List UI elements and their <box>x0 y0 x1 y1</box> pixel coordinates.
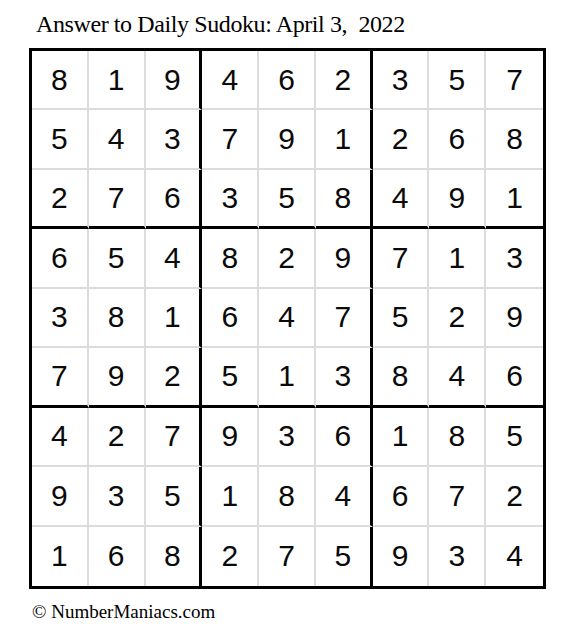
sudoku-cell-r9c2: 6 <box>89 527 146 586</box>
sudoku-cell-r8c5: 8 <box>259 467 316 526</box>
sudoku-cell-r5c8: 2 <box>429 289 486 348</box>
sudoku-cell-r2c7: 2 <box>373 110 430 169</box>
sudoku-cell-r4c9: 3 <box>486 229 543 288</box>
sudoku-cell-r1c4: 4 <box>202 51 259 110</box>
sudoku-cell-r7c4: 9 <box>202 408 259 467</box>
copyright-text: © NumberManiacs.com <box>32 601 215 623</box>
sudoku-cell-r6c6: 3 <box>316 348 373 407</box>
sudoku-cell-r3c7: 4 <box>373 170 430 229</box>
sudoku-cell-r8c2: 3 <box>89 467 146 526</box>
sudoku-cell-r3c2: 7 <box>89 170 146 229</box>
sudoku-cell-r2c8: 6 <box>429 110 486 169</box>
sudoku-cell-r5c1: 3 <box>32 289 89 348</box>
sudoku-cell-r6c3: 2 <box>146 348 203 407</box>
sudoku-cell-r6c7: 8 <box>373 348 430 407</box>
sudoku-cell-r4c6: 9 <box>316 229 373 288</box>
sudoku-cell-r9c3: 8 <box>146 527 203 586</box>
sudoku-cell-r8c9: 2 <box>486 467 543 526</box>
sudoku-cell-r1c5: 6 <box>259 51 316 110</box>
sudoku-cell-r7c7: 1 <box>373 408 430 467</box>
sudoku-board: 8194623575437912682763584916548297133816… <box>29 48 546 589</box>
sudoku-cell-r8c4: 1 <box>202 467 259 526</box>
sudoku-cell-r1c7: 3 <box>373 51 430 110</box>
sudoku-cell-r7c1: 4 <box>32 408 89 467</box>
sudoku-cell-r5c4: 6 <box>202 289 259 348</box>
sudoku-cell-r1c9: 7 <box>486 51 543 110</box>
sudoku-cell-r9c4: 2 <box>202 527 259 586</box>
sudoku-cell-r6c8: 4 <box>429 348 486 407</box>
sudoku-cell-r4c7: 7 <box>373 229 430 288</box>
sudoku-cell-r9c9: 4 <box>486 527 543 586</box>
sudoku-cell-r4c8: 1 <box>429 229 486 288</box>
sudoku-cell-r3c8: 9 <box>429 170 486 229</box>
sudoku-cell-r6c2: 9 <box>89 348 146 407</box>
sudoku-answer-page: { "game": "sudoku", "position": "8194623… <box>0 0 574 637</box>
sudoku-cell-r5c3: 1 <box>146 289 203 348</box>
sudoku-cell-r6c4: 5 <box>202 348 259 407</box>
sudoku-cell-r6c9: 6 <box>486 348 543 407</box>
sudoku-cell-r7c8: 8 <box>429 408 486 467</box>
sudoku-cell-r5c9: 9 <box>486 289 543 348</box>
sudoku-cell-r2c4: 7 <box>202 110 259 169</box>
sudoku-cell-r5c7: 5 <box>373 289 430 348</box>
sudoku-cell-r1c6: 2 <box>316 51 373 110</box>
sudoku-cell-r5c6: 7 <box>316 289 373 348</box>
sudoku-cell-r1c2: 1 <box>89 51 146 110</box>
sudoku-cell-r2c5: 9 <box>259 110 316 169</box>
sudoku-cell-r1c1: 8 <box>32 51 89 110</box>
sudoku-cell-r2c2: 4 <box>89 110 146 169</box>
sudoku-cell-r3c5: 5 <box>259 170 316 229</box>
sudoku-cell-r6c1: 7 <box>32 348 89 407</box>
sudoku-cell-r7c2: 2 <box>89 408 146 467</box>
sudoku-cell-r3c9: 1 <box>486 170 543 229</box>
sudoku-cell-r7c6: 6 <box>316 408 373 467</box>
sudoku-cell-r7c9: 5 <box>486 408 543 467</box>
sudoku-cell-r1c8: 5 <box>429 51 486 110</box>
sudoku-cell-r9c6: 5 <box>316 527 373 586</box>
sudoku-cell-r9c7: 9 <box>373 527 430 586</box>
sudoku-cell-r8c7: 6 <box>373 467 430 526</box>
sudoku-cell-r2c1: 5 <box>32 110 89 169</box>
sudoku-cell-r3c3: 6 <box>146 170 203 229</box>
sudoku-cell-r8c8: 7 <box>429 467 486 526</box>
sudoku-cell-r4c1: 6 <box>32 229 89 288</box>
sudoku-cell-r5c2: 8 <box>89 289 146 348</box>
sudoku-cell-r1c3: 9 <box>146 51 203 110</box>
sudoku-cell-r8c3: 5 <box>146 467 203 526</box>
sudoku-cell-r9c5: 7 <box>259 527 316 586</box>
sudoku-cell-r4c3: 4 <box>146 229 203 288</box>
page-title: Answer to Daily Sudoku: April 3, 2022 <box>36 11 405 38</box>
sudoku-cell-r8c6: 4 <box>316 467 373 526</box>
sudoku-cell-r9c8: 3 <box>429 527 486 586</box>
sudoku-cell-r2c3: 3 <box>146 110 203 169</box>
sudoku-cell-r9c1: 1 <box>32 527 89 586</box>
sudoku-cell-r7c3: 7 <box>146 408 203 467</box>
sudoku-cell-r2c6: 1 <box>316 110 373 169</box>
sudoku-cell-r3c6: 8 <box>316 170 373 229</box>
sudoku-cell-r4c2: 5 <box>89 229 146 288</box>
sudoku-cell-r8c1: 9 <box>32 467 89 526</box>
sudoku-cell-r4c5: 2 <box>259 229 316 288</box>
sudoku-cell-r2c9: 8 <box>486 110 543 169</box>
sudoku-cell-r3c4: 3 <box>202 170 259 229</box>
sudoku-cell-r5c5: 4 <box>259 289 316 348</box>
sudoku-cell-r4c4: 8 <box>202 229 259 288</box>
sudoku-cell-r3c1: 2 <box>32 170 89 229</box>
sudoku-cell-r7c5: 3 <box>259 408 316 467</box>
sudoku-cell-r6c5: 1 <box>259 348 316 407</box>
